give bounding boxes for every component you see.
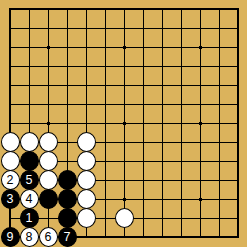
intersection-9-10[interactable]: [172, 190, 191, 209]
intersection-5-11[interactable]: [96, 209, 115, 228]
intersection-3-2[interactable]: [58, 38, 77, 57]
intersection-7-5[interactable]: [134, 95, 153, 114]
intersection-11-5[interactable]: [210, 95, 229, 114]
intersection-10-3[interactable]: [191, 57, 210, 76]
intersection-6-3[interactable]: [115, 57, 134, 76]
intersection-10-5[interactable]: [191, 95, 210, 114]
intersection-0-3[interactable]: [1, 57, 20, 76]
intersection-4-4[interactable]: [77, 76, 96, 95]
intersection-10-12[interactable]: [191, 228, 210, 247]
intersection-8-3[interactable]: [153, 57, 172, 76]
intersection-8-4[interactable]: [153, 76, 172, 95]
intersection-9-3[interactable]: [172, 57, 191, 76]
intersection-1-7[interactable]: [20, 133, 39, 152]
intersection-12-6[interactable]: [229, 114, 248, 133]
white-stone: [77, 189, 96, 209]
intersection-9-0[interactable]: [172, 0, 191, 19]
intersection-1-5[interactable]: [20, 95, 39, 114]
intersection-11-6[interactable]: [210, 114, 229, 133]
intersection-1-10[interactable]: 4: [20, 190, 39, 209]
intersection-11-7[interactable]: [210, 133, 229, 152]
black-stone: [39, 189, 58, 209]
intersection-3-5[interactable]: [58, 95, 77, 114]
intersection-7-2[interactable]: [134, 38, 153, 57]
intersection-0-4[interactable]: [1, 76, 20, 95]
board-intersections: 253419867: [1, 0, 248, 247]
move-stone-8-white-stone: 8: [20, 227, 39, 247]
move-stone-3-black-stone: 3: [1, 189, 20, 209]
intersection-2-9[interactable]: [39, 171, 58, 190]
white-stone: [39, 170, 58, 190]
intersection-7-7[interactable]: [134, 133, 153, 152]
intersection-5-4[interactable]: [96, 76, 115, 95]
intersection-12-9[interactable]: [229, 171, 248, 190]
intersection-9-6[interactable]: [172, 114, 191, 133]
intersection-4-0[interactable]: [77, 0, 96, 19]
intersection-1-6[interactable]: [20, 114, 39, 133]
intersection-5-8[interactable]: [96, 152, 115, 171]
intersection-10-7[interactable]: [191, 133, 210, 152]
intersection-3-11[interactable]: [58, 209, 77, 228]
intersection-10-0[interactable]: [191, 0, 210, 19]
intersection-10-2[interactable]: [191, 38, 210, 57]
intersection-8-12[interactable]: [153, 228, 172, 247]
intersection-6-2[interactable]: [115, 38, 134, 57]
intersection-2-8[interactable]: [39, 152, 58, 171]
intersection-4-2[interactable]: [77, 38, 96, 57]
intersection-3-12[interactable]: 7: [58, 228, 77, 247]
intersection-10-9[interactable]: [191, 171, 210, 190]
intersection-6-11[interactable]: [115, 209, 134, 228]
intersection-8-5[interactable]: [153, 95, 172, 114]
intersection-10-6[interactable]: [191, 114, 210, 133]
intersection-11-9[interactable]: [210, 171, 229, 190]
intersection-2-2[interactable]: [39, 38, 58, 57]
intersection-2-7[interactable]: [39, 133, 58, 152]
intersection-0-1[interactable]: [1, 19, 20, 38]
intersection-10-11[interactable]: [191, 209, 210, 228]
intersection-0-6[interactable]: [1, 114, 20, 133]
intersection-9-11[interactable]: [172, 209, 191, 228]
intersection-8-10[interactable]: [153, 190, 172, 209]
intersection-11-8[interactable]: [210, 152, 229, 171]
intersection-1-8[interactable]: [20, 152, 39, 171]
intersection-10-1[interactable]: [191, 19, 210, 38]
intersection-7-12[interactable]: [134, 228, 153, 247]
intersection-0-10[interactable]: 3: [1, 190, 20, 209]
intersection-8-9[interactable]: [153, 171, 172, 190]
intersection-6-5[interactable]: [115, 95, 134, 114]
black-stone: [20, 151, 39, 171]
intersection-8-8[interactable]: [153, 152, 172, 171]
move-stone-7-black-stone: 7: [58, 227, 77, 247]
intersection-2-1[interactable]: [39, 19, 58, 38]
intersection-0-7[interactable]: [1, 133, 20, 152]
black-stone: [58, 208, 77, 228]
white-stone: [77, 151, 96, 171]
intersection-3-10[interactable]: [58, 190, 77, 209]
intersection-1-1[interactable]: [20, 19, 39, 38]
intersection-12-5[interactable]: [229, 95, 248, 114]
black-stone: [58, 170, 77, 190]
intersection-2-10[interactable]: [39, 190, 58, 209]
intersection-11-3[interactable]: [210, 57, 229, 76]
intersection-5-12[interactable]: [96, 228, 115, 247]
intersection-8-2[interactable]: [153, 38, 172, 57]
intersection-11-12[interactable]: [210, 228, 229, 247]
white-stone: [39, 132, 58, 152]
white-stone: [39, 151, 58, 171]
intersection-7-0[interactable]: [134, 0, 153, 19]
move-stone-9-black-stone: 9: [1, 227, 20, 247]
intersection-3-0[interactable]: [58, 0, 77, 19]
intersection-4-6[interactable]: [77, 114, 96, 133]
move-stone-4-white-stone: 4: [20, 189, 39, 209]
intersection-5-1[interactable]: [96, 19, 115, 38]
intersection-4-7[interactable]: [77, 133, 96, 152]
intersection-4-12[interactable]: [77, 228, 96, 247]
intersection-5-9[interactable]: [96, 171, 115, 190]
intersection-0-11[interactable]: [1, 209, 20, 228]
white-stone: [115, 208, 134, 228]
intersection-7-8[interactable]: [134, 152, 153, 171]
intersection-4-9[interactable]: [77, 171, 96, 190]
intersection-10-10[interactable]: [191, 190, 210, 209]
intersection-7-6[interactable]: [134, 114, 153, 133]
move-stone-6-white-stone: 6: [39, 227, 58, 247]
intersection-0-12[interactable]: 9: [1, 228, 20, 247]
intersection-2-12[interactable]: 6: [39, 228, 58, 247]
intersection-3-6[interactable]: [58, 114, 77, 133]
intersection-2-6[interactable]: [39, 114, 58, 133]
intersection-4-5[interactable]: [77, 95, 96, 114]
intersection-0-5[interactable]: [1, 95, 20, 114]
intersection-12-7[interactable]: [229, 133, 248, 152]
intersection-5-2[interactable]: [96, 38, 115, 57]
intersection-11-1[interactable]: [210, 19, 229, 38]
intersection-8-7[interactable]: [153, 133, 172, 152]
intersection-5-0[interactable]: [96, 0, 115, 19]
intersection-1-3[interactable]: [20, 57, 39, 76]
white-stone: [77, 132, 96, 152]
intersection-6-6[interactable]: [115, 114, 134, 133]
intersection-12-4[interactable]: [229, 76, 248, 95]
intersection-4-3[interactable]: [77, 57, 96, 76]
intersection-1-2[interactable]: [20, 38, 39, 57]
intersection-12-2[interactable]: [229, 38, 248, 57]
intersection-8-1[interactable]: [153, 19, 172, 38]
intersection-7-11[interactable]: [134, 209, 153, 228]
intersection-6-1[interactable]: [115, 19, 134, 38]
intersection-1-11[interactable]: 1: [20, 209, 39, 228]
white-stone: [77, 170, 96, 190]
intersection-11-2[interactable]: [210, 38, 229, 57]
intersection-9-1[interactable]: [172, 19, 191, 38]
intersection-1-0[interactable]: [20, 0, 39, 19]
intersection-5-5[interactable]: [96, 95, 115, 114]
intersection-2-4[interactable]: [39, 76, 58, 95]
move-stone-1-black-stone: 1: [20, 208, 39, 228]
intersection-1-4[interactable]: [20, 76, 39, 95]
intersection-8-11[interactable]: [153, 209, 172, 228]
intersection-2-5[interactable]: [39, 95, 58, 114]
intersection-6-4[interactable]: [115, 76, 134, 95]
intersection-12-1[interactable]: [229, 19, 248, 38]
intersection-7-4[interactable]: [134, 76, 153, 95]
intersection-1-9[interactable]: 5: [20, 171, 39, 190]
intersection-9-4[interactable]: [172, 76, 191, 95]
intersection-11-4[interactable]: [210, 76, 229, 95]
intersection-0-2[interactable]: [1, 38, 20, 57]
intersection-3-7[interactable]: [58, 133, 77, 152]
intersection-4-8[interactable]: [77, 152, 96, 171]
intersection-3-1[interactable]: [58, 19, 77, 38]
intersection-7-10[interactable]: [134, 190, 153, 209]
intersection-6-9[interactable]: [115, 171, 134, 190]
intersection-0-8[interactable]: [1, 152, 20, 171]
intersection-12-10[interactable]: [229, 190, 248, 209]
move-stone-2-white-stone: 2: [1, 170, 20, 190]
intersection-9-2[interactable]: [172, 38, 191, 57]
intersection-8-6[interactable]: [153, 114, 172, 133]
intersection-10-4[interactable]: [191, 76, 210, 95]
intersection-1-12[interactable]: 8: [20, 228, 39, 247]
intersection-6-8[interactable]: [115, 152, 134, 171]
intersection-11-11[interactable]: [210, 209, 229, 228]
black-stone: [58, 189, 77, 209]
intersection-9-7[interactable]: [172, 133, 191, 152]
intersection-6-7[interactable]: [115, 133, 134, 152]
intersection-0-9[interactable]: 2: [1, 171, 20, 190]
intersection-12-0[interactable]: [229, 0, 248, 19]
intersection-4-1[interactable]: [77, 19, 96, 38]
intersection-10-8[interactable]: [191, 152, 210, 171]
intersection-12-12[interactable]: [229, 228, 248, 247]
intersection-5-6[interactable]: [96, 114, 115, 133]
intersection-11-0[interactable]: [210, 0, 229, 19]
intersection-4-11[interactable]: [77, 209, 96, 228]
intersection-3-3[interactable]: [58, 57, 77, 76]
intersection-12-11[interactable]: [229, 209, 248, 228]
intersection-8-0[interactable]: [153, 0, 172, 19]
intersection-2-11[interactable]: [39, 209, 58, 228]
intersection-9-8[interactable]: [172, 152, 191, 171]
intersection-11-10[interactable]: [210, 190, 229, 209]
intersection-2-3[interactable]: [39, 57, 58, 76]
intersection-9-9[interactable]: [172, 171, 191, 190]
intersection-7-1[interactable]: [134, 19, 153, 38]
intersection-4-10[interactable]: [77, 190, 96, 209]
intersection-3-4[interactable]: [58, 76, 77, 95]
intersection-12-3[interactable]: [229, 57, 248, 76]
white-stone: [1, 151, 20, 171]
intersection-7-3[interactable]: [134, 57, 153, 76]
intersection-9-12[interactable]: [172, 228, 191, 247]
intersection-6-0[interactable]: [115, 0, 134, 19]
intersection-9-5[interactable]: [172, 95, 191, 114]
intersection-3-8[interactable]: [58, 152, 77, 171]
intersection-0-0[interactable]: [1, 0, 20, 19]
intersection-6-12[interactable]: [115, 228, 134, 247]
intersection-2-0[interactable]: [39, 0, 58, 19]
move-stone-5-black-stone: 5: [20, 170, 39, 190]
intersection-6-10[interactable]: [115, 190, 134, 209]
white-stone: [1, 132, 20, 152]
intersection-5-7[interactable]: [96, 133, 115, 152]
intersection-12-8[interactable]: [229, 152, 248, 171]
intersection-5-3[interactable]: [96, 57, 115, 76]
intersection-5-10[interactable]: [96, 190, 115, 209]
white-stone: [77, 208, 96, 228]
white-stone: [20, 132, 39, 152]
intersection-3-9[interactable]: [58, 171, 77, 190]
intersection-7-9[interactable]: [134, 171, 153, 190]
go-board: 253419867: [0, 0, 247, 247]
